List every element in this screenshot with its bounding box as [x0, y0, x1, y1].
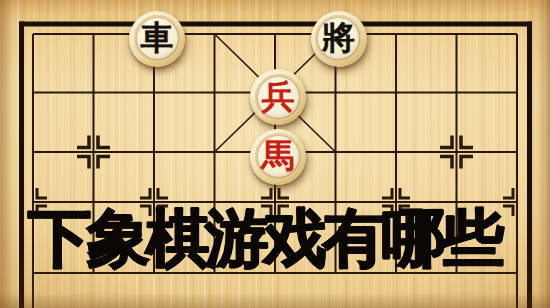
piece-character: 車 [141, 21, 174, 54]
piece-character: 將 [322, 21, 355, 54]
piece-face: 兵 [255, 74, 302, 121]
piece-character: 兵 [262, 80, 295, 113]
piece-face: 馬 [255, 133, 302, 180]
piece-red-soldier[interactable]: 兵 [250, 69, 306, 125]
piece-red-horse[interactable]: 馬 [250, 129, 306, 185]
piece-character: 馬 [262, 139, 295, 172]
xiangqi-board-screenshot: 車將兵馬 下象棋游戏有哪些 [0, 0, 550, 308]
caption-text: 下象棋游戏有哪些 [11, 204, 517, 280]
piece-face: 車 [134, 15, 181, 62]
piece-black-chariot[interactable]: 車 [129, 11, 185, 67]
piece-face: 將 [315, 15, 362, 62]
piece-black-general[interactable]: 將 [311, 11, 367, 67]
